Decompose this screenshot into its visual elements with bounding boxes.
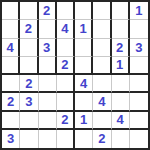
- cell-r5c3[interactable]: [39, 75, 57, 93]
- cell-r1c5[interactable]: [75, 2, 93, 20]
- cell-r1c8[interactable]: 1: [130, 2, 148, 20]
- cell-r4c2[interactable]: [20, 57, 38, 75]
- cell-r6c3[interactable]: [39, 93, 57, 111]
- cell-r6c6[interactable]: 4: [93, 93, 111, 111]
- cell-r3c1[interactable]: 4: [2, 39, 20, 57]
- cell-r3c8[interactable]: 3: [130, 39, 148, 57]
- cell-r2c1[interactable]: [2, 20, 20, 38]
- cell-r6c5[interactable]: [75, 93, 93, 111]
- cell-r8c3[interactable]: [39, 130, 57, 148]
- cell-r8c2[interactable]: [20, 130, 38, 148]
- cell-r3c2[interactable]: [20, 39, 38, 57]
- cell-r6c8[interactable]: [130, 93, 148, 111]
- cell-r7c1[interactable]: [2, 112, 20, 130]
- cell-r5c1[interactable]: [2, 75, 20, 93]
- cell-r1c3[interactable]: 2: [39, 2, 57, 20]
- cell-r5c8[interactable]: [130, 75, 148, 93]
- cell-r2c6[interactable]: [93, 20, 111, 38]
- cell-r4c6[interactable]: [93, 57, 111, 75]
- cell-r3c4[interactable]: [57, 39, 75, 57]
- cell-r8c1[interactable]: 3: [2, 130, 20, 148]
- cell-r6c2[interactable]: 3: [20, 93, 38, 111]
- cell-r4c7[interactable]: 1: [112, 57, 130, 75]
- cell-r3c7[interactable]: 2: [112, 39, 130, 57]
- cell-r7c2[interactable]: [20, 112, 38, 130]
- cell-r4c8[interactable]: [130, 57, 148, 75]
- cell-r1c1[interactable]: [2, 2, 20, 20]
- cell-r2c3[interactable]: [39, 20, 57, 38]
- cell-r7c5[interactable]: 1: [75, 112, 93, 130]
- cell-r6c4[interactable]: [57, 93, 75, 111]
- cell-r5c4[interactable]: [57, 75, 75, 93]
- cell-r7c4[interactable]: 2: [57, 112, 75, 130]
- cell-r8c8[interactable]: [130, 130, 148, 148]
- cell-r4c4[interactable]: 2: [57, 57, 75, 75]
- cell-r5c6[interactable]: [93, 75, 111, 93]
- cell-r2c5[interactable]: 1: [75, 20, 93, 38]
- cell-r7c7[interactable]: 4: [112, 112, 130, 130]
- cell-r4c1[interactable]: [2, 57, 20, 75]
- cell-r3c5[interactable]: [75, 39, 93, 57]
- cell-r3c6[interactable]: [93, 39, 111, 57]
- cell-r5c7[interactable]: [112, 75, 130, 93]
- cell-r2c4[interactable]: 4: [57, 20, 75, 38]
- cell-r2c8[interactable]: [130, 20, 148, 38]
- cell-r7c3[interactable]: [39, 112, 57, 130]
- sudoku-board: 212414323212423421432: [0, 0, 150, 150]
- cell-r5c5[interactable]: 4: [75, 75, 93, 93]
- cell-r7c8[interactable]: [130, 112, 148, 130]
- cell-r3c3[interactable]: 3: [39, 39, 57, 57]
- cell-r4c5[interactable]: [75, 57, 93, 75]
- cell-r1c2[interactable]: [20, 2, 38, 20]
- cell-r6c7[interactable]: [112, 93, 130, 111]
- cell-r1c7[interactable]: [112, 2, 130, 20]
- cell-r4c3[interactable]: [39, 57, 57, 75]
- cell-r8c6[interactable]: 2: [93, 130, 111, 148]
- cell-r2c7[interactable]: [112, 20, 130, 38]
- cell-r1c4[interactable]: [57, 2, 75, 20]
- cell-r6c1[interactable]: 2: [2, 93, 20, 111]
- cell-r8c7[interactable]: [112, 130, 130, 148]
- cell-r8c4[interactable]: [57, 130, 75, 148]
- cell-r8c5[interactable]: [75, 130, 93, 148]
- cell-r7c6[interactable]: [93, 112, 111, 130]
- cell-r2c2[interactable]: 2: [20, 20, 38, 38]
- cell-r5c2[interactable]: 2: [20, 75, 38, 93]
- cell-r1c6[interactable]: [93, 2, 111, 20]
